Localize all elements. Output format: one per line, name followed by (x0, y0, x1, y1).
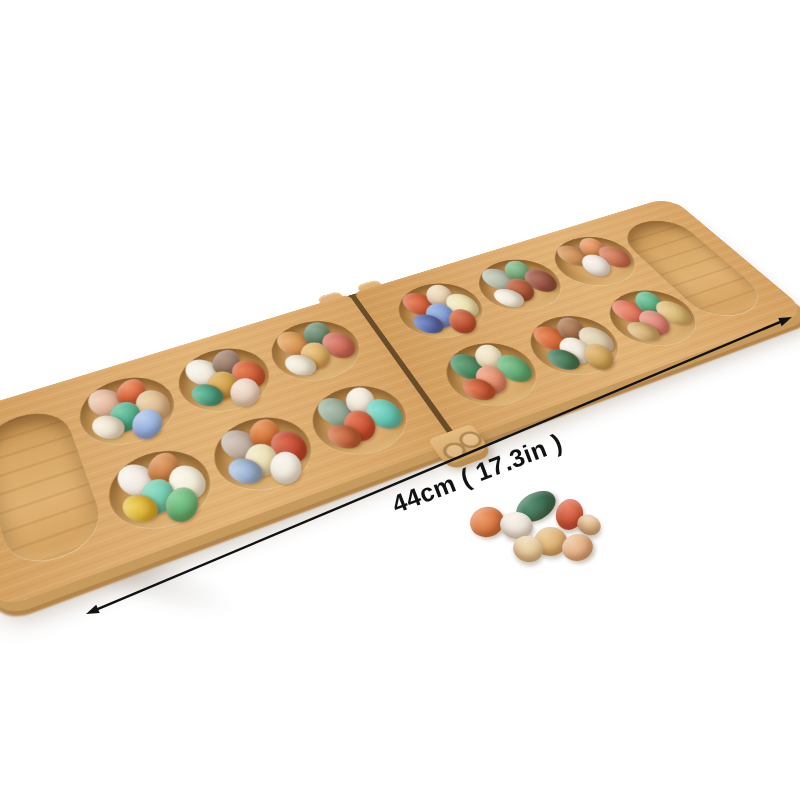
product-photo-scene: 44cm ( 17.3in ) (0, 0, 800, 800)
mancala-board (0, 197, 800, 612)
